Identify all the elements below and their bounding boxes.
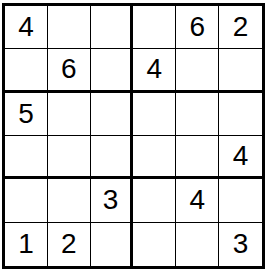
cell-r3c6[interactable]: [219, 93, 262, 136]
cell-r2c6[interactable]: [219, 49, 262, 92]
cell-r6c6[interactable]: 3: [219, 223, 262, 266]
cell-r5c5[interactable]: 4: [176, 179, 219, 222]
cell-r3c1[interactable]: 5: [5, 93, 48, 136]
cell-r5c2[interactable]: [48, 179, 91, 222]
sudoku-board: 4 6 2 6 4 5 4 3 4 1 2 3: [2, 3, 265, 269]
cell-r5c1[interactable]: [5, 179, 48, 222]
cell-r2c4[interactable]: 4: [133, 49, 176, 92]
cell-r6c2[interactable]: 2: [48, 223, 91, 266]
cell-r6c5[interactable]: [176, 223, 219, 266]
cell-r6c1[interactable]: 1: [5, 223, 48, 266]
cell-r2c3[interactable]: [91, 49, 134, 92]
cell-r1c1[interactable]: 4: [5, 6, 48, 49]
cell-r1c2[interactable]: [48, 6, 91, 49]
cell-r4c4[interactable]: [133, 136, 176, 179]
cell-r2c1[interactable]: [5, 49, 48, 92]
cell-r4c6[interactable]: 4: [219, 136, 262, 179]
cell-r2c2[interactable]: 6: [48, 49, 91, 92]
cell-r3c4[interactable]: [133, 93, 176, 136]
cell-r4c2[interactable]: [48, 136, 91, 179]
cell-r4c3[interactable]: [91, 136, 134, 179]
cell-r3c3[interactable]: [91, 93, 134, 136]
cell-r1c5[interactable]: 6: [176, 6, 219, 49]
cell-r6c4[interactable]: [133, 223, 176, 266]
cell-r5c3[interactable]: 3: [91, 179, 134, 222]
cell-r1c3[interactable]: [91, 6, 134, 49]
cell-r3c2[interactable]: [48, 93, 91, 136]
cell-r6c3[interactable]: [91, 223, 134, 266]
cell-r4c1[interactable]: [5, 136, 48, 179]
cell-r2c5[interactable]: [176, 49, 219, 92]
cell-r4c5[interactable]: [176, 136, 219, 179]
cell-r5c4[interactable]: [133, 179, 176, 222]
cell-r5c6[interactable]: [219, 179, 262, 222]
cell-r1c4[interactable]: [133, 6, 176, 49]
cell-r3c5[interactable]: [176, 93, 219, 136]
cell-r1c6[interactable]: 2: [219, 6, 262, 49]
